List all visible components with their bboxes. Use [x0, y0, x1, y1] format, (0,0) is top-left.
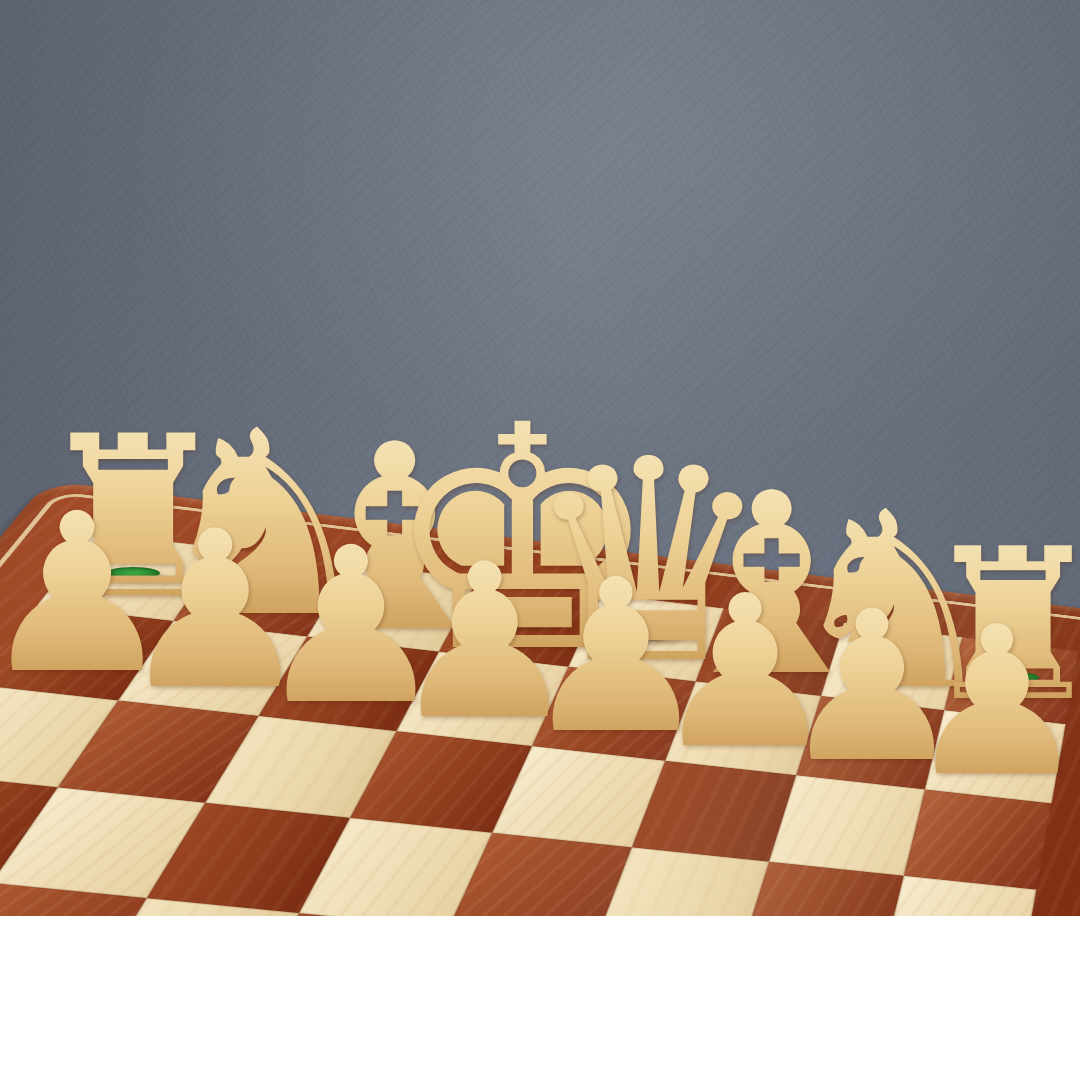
pieces-layer: ♜♞♝♚♛♝♞♜♟︎♟︎♟︎♟︎♟︎♟︎♟︎♟︎	[0, 0, 1080, 916]
white-margin	[0, 916, 1080, 1080]
photo-area: ♜♞♝♚♛♝♞♜♟︎♟︎♟︎♟︎♟︎♟︎♟︎♟︎	[0, 0, 1080, 916]
piece-white-pawn: ♟︎	[884, 600, 1080, 806]
chess-set-product-photo: ♜♞♝♚♛♝♞♜♟︎♟︎♟︎♟︎♟︎♟︎♟︎♟︎	[0, 0, 1080, 1080]
